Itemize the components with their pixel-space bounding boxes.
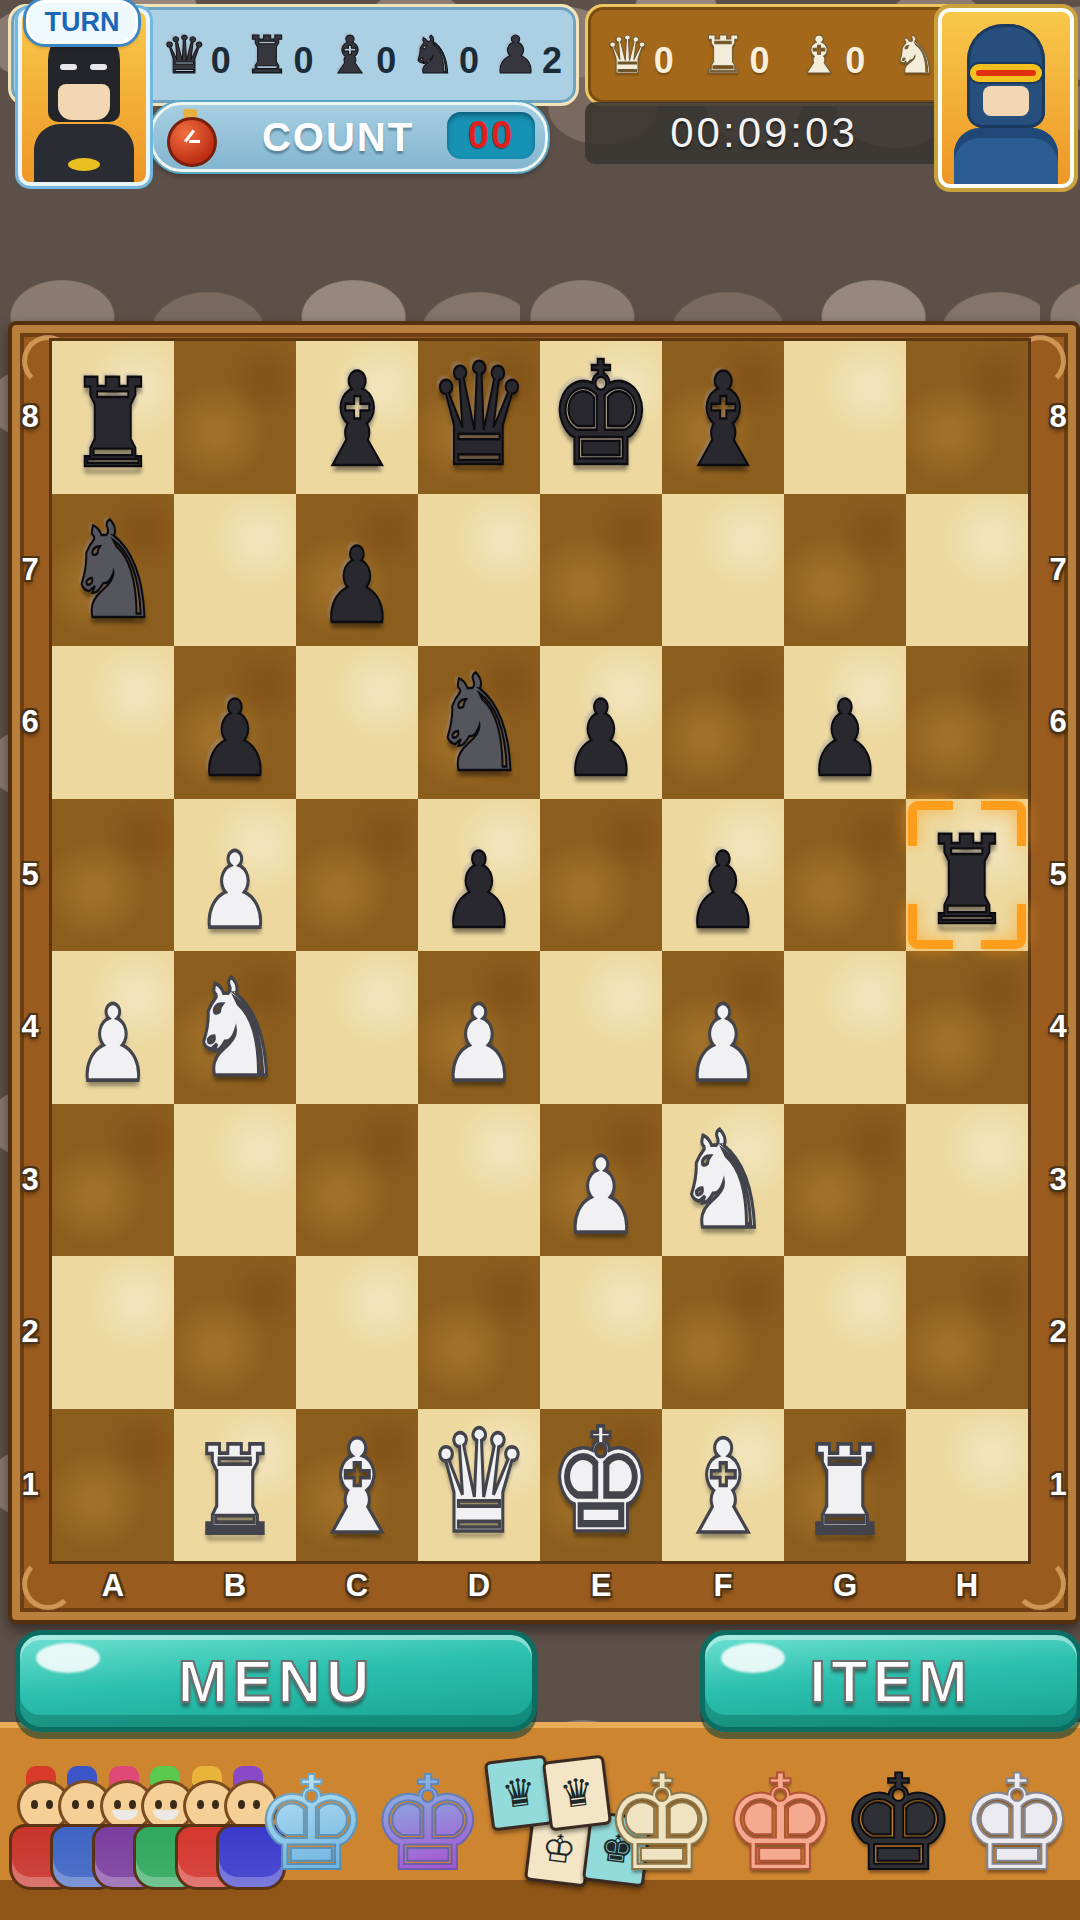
rank-label-right-1: 1 xyxy=(1038,1467,1078,1503)
shelf-item-sultan-figurine-pink[interactable] xyxy=(87,1766,128,1886)
square-g2[interactable] xyxy=(784,1256,906,1409)
square-f7[interactable] xyxy=(662,494,784,647)
rank-label-right-4: 4 xyxy=(1038,1009,1078,1045)
black-captured-tray: ♛0♜0♝0♞0♟2 xyxy=(161,13,562,97)
batman-belt-logo xyxy=(68,158,100,171)
black-pawn-d5[interactable]: ♟ xyxy=(418,838,540,943)
white-bishop-f1[interactable]: ♝ xyxy=(662,1424,784,1553)
turn-badge: TURN xyxy=(26,0,138,44)
shelf-item-king-figurine-blue[interactable] xyxy=(45,1766,86,1886)
square-g5[interactable] xyxy=(784,799,906,952)
square-h2[interactable] xyxy=(906,1256,1028,1409)
count-label: COUNT xyxy=(243,115,433,160)
rank-label-left-3: 3 xyxy=(10,1162,50,1198)
count-value-badge: 00 xyxy=(447,112,535,159)
white-pawn-e3[interactable]: ♟ xyxy=(540,1143,662,1248)
corner-ornament xyxy=(1014,1558,1066,1610)
captured-black-pawn: ♟2 xyxy=(492,29,562,81)
square-f2[interactable] xyxy=(662,1256,784,1409)
captured-white-rook: ♜0 xyxy=(700,29,770,81)
rank-label-left-5: 5 xyxy=(10,857,50,893)
shelf-item-classic-king-coral[interactable]: ♚ xyxy=(721,1761,839,1886)
shelf-item-king-figurine-red[interactable] xyxy=(4,1766,45,1886)
shelf-item-queen-figurine-purple[interactable] xyxy=(211,1766,252,1886)
square-b2[interactable] xyxy=(174,1256,296,1409)
square-d2[interactable] xyxy=(418,1256,540,1409)
rank-label-right-2: 2 xyxy=(1038,1314,1078,1350)
chess-board[interactable]: ♜♝♛♚♝♞♟♟♞♟♟♟♟♟♜♟♞♟♟♟♞♜♝♛♚♝♜ xyxy=(52,341,1028,1561)
square-a1[interactable] xyxy=(52,1409,174,1562)
white-pawn-f4[interactable]: ♟ xyxy=(662,991,784,1096)
item-button[interactable]: ITEM xyxy=(700,1630,1080,1732)
black-rook-a8[interactable]: ♜ xyxy=(52,364,174,486)
file-label-G: G xyxy=(825,1568,865,1604)
square-h8[interactable] xyxy=(906,341,1028,494)
file-label-H: H xyxy=(947,1568,987,1604)
captured-black-bishop: ♝0 xyxy=(327,29,397,81)
square-a3[interactable] xyxy=(52,1104,174,1257)
white-bishop-c1[interactable]: ♝ xyxy=(296,1424,418,1553)
square-h1[interactable] xyxy=(906,1409,1028,1562)
captured-black-queen: ♛0 xyxy=(161,29,231,81)
square-h6[interactable] xyxy=(906,646,1028,799)
square-e7[interactable] xyxy=(540,494,662,647)
white-knight-b4[interactable]: ♞ xyxy=(174,961,296,1095)
white-rook-b1[interactable]: ♜ xyxy=(174,1431,296,1553)
black-pawn-e6[interactable]: ♟ xyxy=(540,686,662,791)
black-knight-d6[interactable]: ♞ xyxy=(418,656,540,790)
batman-face xyxy=(58,84,110,120)
batman-body xyxy=(34,124,134,182)
captured-black-rook: ♜0 xyxy=(244,29,314,81)
rank-label-right-3: 3 xyxy=(1038,1162,1078,1198)
black-pawn-b6[interactable]: ♟ xyxy=(174,686,296,791)
square-g4[interactable] xyxy=(784,951,906,1104)
black-king-e8[interactable]: ♚ xyxy=(540,342,662,486)
square-b3[interactable] xyxy=(174,1104,296,1257)
square-g3[interactable] xyxy=(784,1104,906,1257)
square-h7[interactable] xyxy=(906,494,1028,647)
captured-white-queen: ♛0 xyxy=(604,29,674,81)
shelf-item-card-tiles-teal-cream[interactable]: ♛♔ xyxy=(486,1758,544,1886)
stopwatch-icon xyxy=(165,113,215,163)
black-pawn-g6[interactable]: ♟ xyxy=(784,686,906,791)
shelf-item-queen-figurine-red[interactable] xyxy=(170,1766,211,1886)
rank-label-left-7: 7 xyxy=(10,552,50,588)
file-label-D: D xyxy=(459,1568,499,1604)
white-pawn-a4[interactable]: ♟ xyxy=(52,991,174,1096)
square-a5[interactable] xyxy=(52,799,174,952)
menu-button[interactable]: MENU xyxy=(15,1630,537,1732)
captured-black-knight: ♞0 xyxy=(409,29,479,81)
rank-label-right-8: 8 xyxy=(1038,399,1078,435)
square-c2[interactable] xyxy=(296,1256,418,1409)
square-h3[interactable] xyxy=(906,1104,1028,1257)
square-g7[interactable] xyxy=(784,494,906,647)
rank-label-left-1: 1 xyxy=(10,1467,50,1503)
file-label-F: F xyxy=(703,1568,743,1604)
count-value: 00 xyxy=(468,114,514,157)
square-c3[interactable] xyxy=(296,1104,418,1257)
rank-label-right-7: 7 xyxy=(1038,552,1078,588)
white-king-e1[interactable]: ♚ xyxy=(540,1409,662,1553)
file-label-E: E xyxy=(581,1568,621,1604)
shelf-item-glass-king-violet[interactable]: ♚ xyxy=(369,1763,486,1887)
rank-label-left-6: 6 xyxy=(10,704,50,740)
batman-eye xyxy=(60,64,77,70)
black-pawn-c7[interactable]: ♟ xyxy=(296,533,418,638)
rank-label-left-2: 2 xyxy=(10,1314,50,1350)
cyclops-body xyxy=(954,128,1058,184)
rank-label-left-4: 4 xyxy=(10,1009,50,1045)
black-knight-a7[interactable]: ♞ xyxy=(52,504,174,638)
file-label-B: B xyxy=(215,1568,255,1604)
file-label-A: A xyxy=(93,1568,133,1604)
shelf-item-classic-king-silver[interactable]: ♚ xyxy=(958,1761,1076,1886)
shelf-item-card-tiles-cream-teal[interactable]: ♛♚ xyxy=(544,1758,602,1886)
game-timer: 00:09:03 xyxy=(585,102,943,164)
menu-button-label: MENU xyxy=(178,1647,375,1716)
square-c4[interactable] xyxy=(296,951,418,1104)
square-d7[interactable] xyxy=(418,494,540,647)
square-c5[interactable] xyxy=(296,799,418,952)
item-shelf-row: ♚♚♛♔♛♚♚♚♚♚ xyxy=(4,1726,1076,1886)
square-a6[interactable] xyxy=(52,646,174,799)
white-queen-d1[interactable]: ♛ xyxy=(418,1411,540,1553)
black-rook-h5[interactable]: ♜ xyxy=(906,821,1028,943)
white-pawn-d4[interactable]: ♟ xyxy=(418,991,540,1096)
corner-ornament xyxy=(22,1558,74,1610)
item-shelf: ♚♚♛♔♛♚♚♚♚♚ xyxy=(0,1722,1080,1920)
square-d3[interactable] xyxy=(418,1104,540,1257)
shelf-item-classic-king-black[interactable]: ♚ xyxy=(839,1761,957,1886)
black-pawn-f5[interactable]: ♟ xyxy=(662,838,784,943)
item-button-label: ITEM xyxy=(809,1647,972,1716)
white-knight-f3[interactable]: ♞ xyxy=(662,1114,784,1248)
square-a2[interactable] xyxy=(52,1256,174,1409)
square-e4[interactable] xyxy=(540,951,662,1104)
count-panel: COUNT 00 xyxy=(150,102,548,172)
cyclops-face xyxy=(983,86,1029,116)
game-timer-value: 00:09:03 xyxy=(670,109,858,157)
cyclops-avatar xyxy=(938,8,1074,188)
white-rook-g1[interactable]: ♜ xyxy=(784,1431,906,1553)
captured-white-bishop: ♝0 xyxy=(796,29,866,81)
square-g8[interactable] xyxy=(784,341,906,494)
black-bishop-f8[interactable]: ♝ xyxy=(662,356,784,485)
black-queen-d8[interactable]: ♛ xyxy=(418,344,540,486)
shelf-item-classic-king-ivory[interactable]: ♚ xyxy=(603,1761,721,1886)
square-e5[interactable] xyxy=(540,799,662,952)
file-label-C: C xyxy=(337,1568,377,1604)
square-e2[interactable] xyxy=(540,1256,662,1409)
square-b7[interactable] xyxy=(174,494,296,647)
shelf-item-sultan-figurine-green[interactable] xyxy=(128,1766,169,1886)
square-c6[interactable] xyxy=(296,646,418,799)
white-pawn-b5[interactable]: ♟ xyxy=(174,838,296,943)
rank-label-left-8: 8 xyxy=(10,399,50,435)
square-h4[interactable] xyxy=(906,951,1028,1104)
square-b8[interactable] xyxy=(174,341,296,494)
cyclops-visor-stripe xyxy=(976,70,1036,76)
shelf-item-glass-king-blue[interactable]: ♚ xyxy=(253,1763,370,1887)
square-f6[interactable] xyxy=(662,646,784,799)
black-bishop-c8[interactable]: ♝ xyxy=(296,356,418,485)
turn-badge-label: TURN xyxy=(45,7,120,38)
rank-label-right-5: 5 xyxy=(1038,857,1078,893)
rank-label-right-6: 6 xyxy=(1038,704,1078,740)
batman-eye xyxy=(90,64,107,70)
